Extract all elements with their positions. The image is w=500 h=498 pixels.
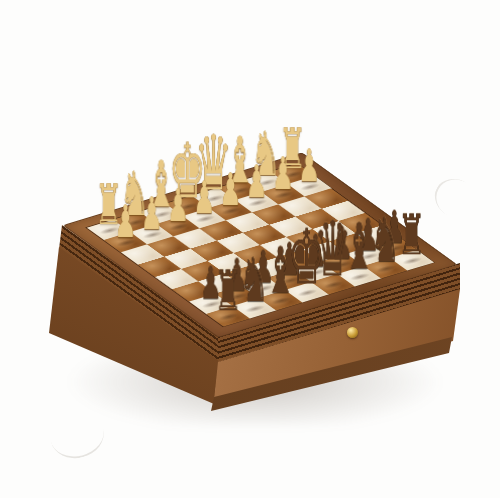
square[interactable]: ♜ [206, 306, 249, 326]
drawer-knob-icon[interactable] [347, 327, 358, 338]
product-photo-chess-set: { "meta": { "description": "Overhead pro… [0, 0, 500, 498]
black-rook[interactable]: ♜ [205, 263, 250, 319]
white-pawn[interactable]: ♟ [103, 200, 148, 245]
background-smudge [428, 171, 486, 226]
